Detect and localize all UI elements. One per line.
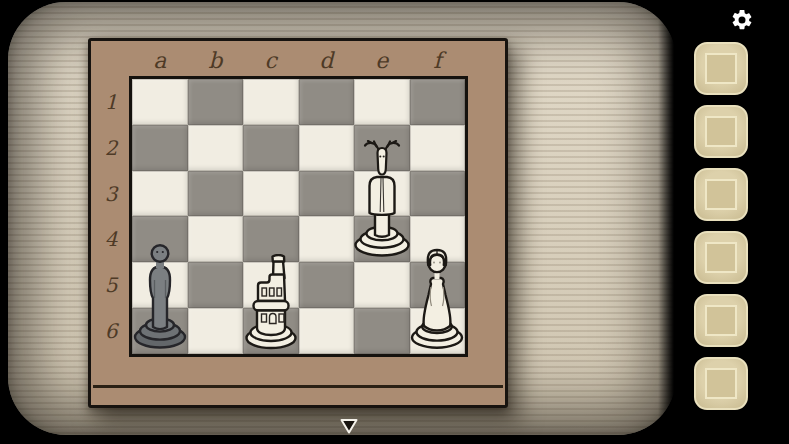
piece-house[interactable]: [243, 254, 299, 350]
down-arrow-icon: [339, 417, 359, 435]
inventory-slot-inner: [705, 179, 737, 210]
game-screen: abcdef 123456: [0, 0, 789, 444]
piece-man[interactable]: [132, 238, 188, 350]
file-label-d: d: [299, 48, 355, 73]
file-label-e: e: [354, 48, 410, 73]
rank-label-5: 5: [91, 262, 131, 308]
inventory-slot-inner: [705, 53, 737, 84]
inventory-slot-inner: [705, 242, 737, 273]
inventory-slots: [694, 42, 748, 410]
board-rail-divider: [93, 385, 503, 388]
piece-woman[interactable]: [408, 240, 466, 350]
rank-label-6: 6: [91, 308, 131, 354]
inventory-panel: [658, 0, 789, 444]
navigate-down-button[interactable]: [339, 417, 359, 435]
rank-labels: 123456: [91, 79, 131, 354]
file-label-a: a: [132, 48, 188, 73]
rank-label-2: 2: [91, 125, 131, 171]
chess-board: abcdef 123456: [88, 38, 508, 408]
file-label-f: f: [410, 48, 466, 73]
file-labels: abcdef: [132, 43, 465, 77]
file-label-b: b: [188, 48, 244, 73]
inventory-slot-5[interactable]: [694, 294, 748, 347]
inventory-slot-inner: [705, 116, 737, 147]
gear-icon: [730, 8, 754, 32]
piece-layer: [132, 79, 465, 354]
inventory-slot-1[interactable]: [694, 42, 748, 95]
settings-button[interactable]: [730, 8, 754, 32]
inventory-slot-2[interactable]: [694, 105, 748, 158]
inventory-slot-inner: [705, 305, 737, 336]
rank-label-3: 3: [91, 171, 131, 217]
inventory-slot-3[interactable]: [694, 168, 748, 221]
file-label-c: c: [243, 48, 299, 73]
rank-label-4: 4: [91, 216, 131, 262]
inventory-slot-4[interactable]: [694, 231, 748, 284]
inventory-slot-inner: [705, 368, 737, 399]
piece-deer[interactable]: [350, 140, 414, 258]
inventory-slot-6[interactable]: [694, 357, 748, 410]
rank-label-1: 1: [91, 79, 131, 125]
